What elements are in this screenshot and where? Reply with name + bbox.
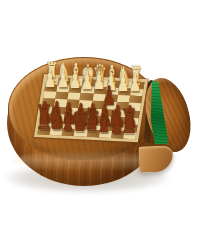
- board-square: [86, 130, 99, 138]
- board-square: [74, 129, 87, 137]
- box-gloss-highlight: [12, 150, 158, 172]
- board-square: [37, 127, 50, 135]
- board-square: [110, 131, 123, 139]
- board-square: [61, 128, 74, 136]
- product-photo-chess-set: ♜♞♝♚♛♝♞♜♟♟♟♟♟♟♟♟♟♟♟♟♟♟♟♟♟♜♞♝♚♛♝♞♜: [0, 0, 206, 240]
- storage-drawer-front: [139, 143, 174, 172]
- board-square: [123, 131, 136, 139]
- chess-board: [33, 74, 147, 142]
- board-square: [49, 128, 62, 136]
- board-square: [98, 130, 111, 138]
